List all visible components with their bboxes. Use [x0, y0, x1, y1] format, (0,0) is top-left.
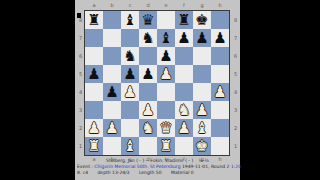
white-pawn[interactable]: ♟	[85, 119, 103, 137]
square-h2[interactable]	[211, 119, 229, 137]
square-g2[interactable]: ♝	[193, 119, 211, 137]
white-pawn[interactable]: ♟	[175, 119, 193, 137]
black-knight[interactable]: ♞	[121, 47, 139, 65]
black-knight[interactable]: ♞	[139, 29, 157, 47]
square-h5[interactable]	[211, 65, 229, 83]
square-e7[interactable]: ♝	[157, 29, 175, 47]
white-king[interactable]: ♚	[193, 137, 211, 155]
event-date-round: 1949-11-01, Round 2	[182, 164, 230, 169]
white-pawn[interactable]: ♟	[193, 101, 211, 119]
coord-label-4: 4	[233, 83, 238, 101]
square-g3[interactable]: ♟	[193, 101, 211, 119]
square-g7[interactable]: ♟	[193, 29, 211, 47]
coord-label-6: 6	[233, 47, 238, 65]
square-c2[interactable]	[121, 119, 139, 137]
black-queen[interactable]: ♛	[139, 11, 157, 29]
coord-label-f: f	[175, 3, 193, 8]
white-bishop[interactable]: ♝	[121, 137, 139, 155]
square-c1[interactable]: ♝	[121, 137, 139, 155]
square-b7[interactable]	[103, 29, 121, 47]
square-e5[interactable]: ♟	[157, 65, 175, 83]
square-a7[interactable]	[85, 29, 103, 47]
engine-depth: depth 13-24/3	[98, 170, 130, 175]
square-a8[interactable]: ♜	[85, 11, 103, 29]
square-c6[interactable]: ♞	[121, 47, 139, 65]
letterbox-right	[240, 0, 320, 180]
square-a4[interactable]	[85, 83, 103, 101]
coord-label-4: 4	[78, 83, 83, 101]
white-queen[interactable]: ♛	[157, 119, 175, 137]
square-a5[interactable]: ♟	[85, 65, 103, 83]
black-pawn[interactable]: ♟	[139, 65, 157, 83]
black-bishop[interactable]: ♝	[121, 11, 139, 29]
white-pawn[interactable]: ♟	[139, 101, 157, 119]
white-player-name: Stolberg, Jan ( - )	[106, 158, 144, 163]
square-c8[interactable]: ♝	[121, 11, 139, 29]
black-pawn[interactable]: ♟	[85, 65, 103, 83]
coord-label-b: b	[103, 3, 121, 8]
square-e1[interactable]: ♜	[157, 137, 175, 155]
square-c3[interactable]	[121, 101, 139, 119]
square-b4[interactable]: ♟	[103, 83, 121, 101]
black-pawn[interactable]: ♟	[175, 29, 193, 47]
square-f1[interactable]	[175, 137, 193, 155]
material-balance: Material 0	[171, 170, 194, 175]
square-h7[interactable]: ♟	[211, 29, 229, 47]
square-c7[interactable]	[121, 29, 139, 47]
black-bishop[interactable]: ♝	[157, 29, 175, 47]
square-h6[interactable]	[211, 47, 229, 65]
black-pawn[interactable]: ♟	[211, 29, 229, 47]
rank-labels-left: 87654321	[78, 11, 83, 155]
white-bishop[interactable]: ♝	[193, 119, 211, 137]
file-labels-top: abcdefgh	[85, 3, 229, 8]
rank-labels-right: 87654321	[233, 11, 238, 155]
white-pawn[interactable]: ♟	[211, 83, 229, 101]
black-pawn[interactable]: ♟	[157, 47, 175, 65]
coord-label-1: 1	[233, 137, 238, 155]
coord-label-3: 3	[78, 101, 83, 119]
coord-label-8: 8	[233, 11, 238, 29]
square-b3[interactable]	[103, 101, 121, 119]
square-g6[interactable]	[193, 47, 211, 65]
square-f7[interactable]: ♟	[175, 29, 193, 47]
white-knight[interactable]: ♞	[175, 101, 193, 119]
square-c5[interactable]: ♟	[121, 65, 139, 83]
square-d8[interactable]: ♛	[139, 11, 157, 29]
white-knight[interactable]: ♞	[139, 119, 157, 137]
square-e8[interactable]	[157, 11, 175, 29]
square-e2[interactable]: ♛	[157, 119, 175, 137]
coord-label-7: 7	[233, 29, 238, 47]
black-pawn[interactable]: ♟	[193, 29, 211, 47]
black-pawn[interactable]: ♟	[103, 83, 121, 101]
black-king[interactable]: ♚	[193, 11, 211, 29]
square-f6[interactable]	[175, 47, 193, 65]
game-length: Length 50	[139, 170, 162, 175]
coord-label-1: 1	[78, 137, 83, 155]
black-rook[interactable]: ♜	[85, 11, 103, 29]
coord-label-g: g	[193, 3, 211, 8]
square-d7[interactable]: ♞	[139, 29, 157, 47]
square-g5[interactable]	[193, 65, 211, 83]
square-d2[interactable]: ♞	[139, 119, 157, 137]
square-h3[interactable]	[211, 101, 229, 119]
square-c4[interactable]: ♟	[121, 83, 139, 101]
chess-panel: abcdefgh abcdefgh 87654321 87654321 ♜♝♛♜…	[75, 0, 240, 180]
square-e4[interactable]	[157, 83, 175, 101]
square-b2[interactable]: ♟	[103, 119, 121, 137]
stats-line: 8. c4 depth 13-24/3 Length 50 Material 0	[77, 170, 194, 176]
white-rook[interactable]: ♜	[85, 137, 103, 155]
square-b1[interactable]	[103, 137, 121, 155]
white-pawn[interactable]: ♟	[103, 119, 121, 137]
square-b5[interactable]	[103, 65, 121, 83]
coord-label-c: c	[121, 3, 139, 8]
square-g4[interactable]	[193, 83, 211, 101]
white-pawn[interactable]: ♟	[121, 83, 139, 101]
game-result: ½-½	[199, 158, 209, 163]
square-d1[interactable]	[139, 137, 157, 155]
square-d6[interactable]	[139, 47, 157, 65]
square-f3[interactable]: ♞	[175, 101, 193, 119]
coord-label-8: 8	[78, 11, 83, 29]
square-g8[interactable]: ♚	[193, 11, 211, 29]
square-d5[interactable]: ♟	[139, 65, 157, 83]
square-b8[interactable]	[103, 11, 121, 29]
coord-label-7: 7	[78, 29, 83, 47]
players-separator: --	[146, 158, 149, 163]
coord-label-a: a	[85, 3, 103, 8]
white-pawn[interactable]: ♟	[157, 65, 175, 83]
square-d4[interactable]	[139, 83, 157, 101]
square-f2[interactable]: ♟	[175, 119, 193, 137]
square-b6[interactable]	[103, 47, 121, 65]
event-line: Event : Chigorin Memorial 50th, St Peter…	[77, 164, 241, 170]
square-a6[interactable]	[85, 47, 103, 65]
event-time: 1:20	[231, 164, 241, 169]
coord-label-d: d	[139, 3, 157, 8]
coord-label-h: h	[211, 3, 229, 8]
square-h4[interactable]: ♟	[211, 83, 229, 101]
coord-label-2: 2	[78, 119, 83, 137]
event-label: Event :	[77, 164, 93, 169]
coord-label-3: 3	[233, 101, 238, 119]
square-f4[interactable]	[175, 83, 193, 101]
coord-label-e: e	[157, 3, 175, 8]
square-f5[interactable]	[175, 65, 193, 83]
black-player-name: Fokin, Vladimir ( - )	[150, 158, 193, 163]
current-move: 8. c4	[77, 170, 88, 175]
square-a1[interactable]: ♜	[85, 137, 103, 155]
coord-label-5: 5	[233, 65, 238, 83]
event-link[interactable]: Chigorin Memorial 50th, St Petersburg	[94, 164, 180, 169]
square-d3[interactable]: ♟	[139, 101, 157, 119]
square-f8[interactable]: ♜	[175, 11, 193, 29]
coord-label-5: 5	[78, 65, 83, 83]
letterbox-left	[0, 0, 75, 180]
black-pawn[interactable]: ♟	[121, 65, 139, 83]
square-h1[interactable]	[211, 137, 229, 155]
square-e6[interactable]: ♟	[157, 47, 175, 65]
coord-label-2: 2	[233, 119, 238, 137]
square-a2[interactable]: ♟	[85, 119, 103, 137]
coord-label-6: 6	[78, 47, 83, 65]
players-line: Stolberg, Jan ( - ) -- Fokin, Vladimir (…	[75, 158, 240, 164]
square-a3[interactable]	[85, 101, 103, 119]
video-frame: abcdefgh abcdefgh 87654321 87654321 ♜♝♛♜…	[0, 0, 320, 180]
square-e3[interactable]	[157, 101, 175, 119]
white-rook[interactable]: ♜	[157, 137, 175, 155]
square-g1[interactable]: ♚	[193, 137, 211, 155]
square-h8[interactable]	[211, 11, 229, 29]
black-rook[interactable]: ♜	[175, 11, 193, 29]
chess-board[interactable]: ♜♝♛♜♚♞♝♟♟♟♞♟♟♟♟♟♟♟♟♟♞♟♟♟♞♛♟♝♜♝♜♚	[84, 10, 230, 156]
